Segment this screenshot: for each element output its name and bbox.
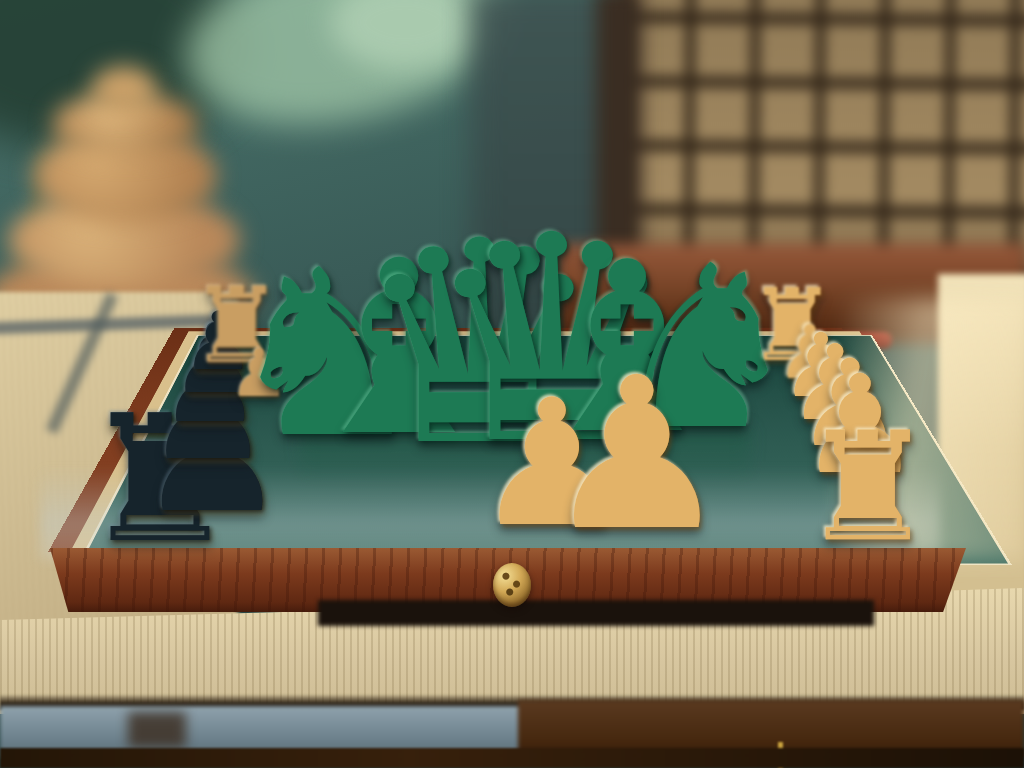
piece-tan-rook-a8: ♜ — [185, 274, 290, 379]
piece-gold-pawn-h6: ♟ — [777, 322, 865, 410]
piece-green-bishop-f8: ♝ — [510, 231, 745, 466]
piece-green-knight-b8: ♞ — [211, 240, 441, 470]
piece-gold-pawn-e5: ♟ — [465, 376, 640, 551]
piece-gold-rook-h8: ♜ — [742, 276, 842, 376]
piece-dark-pawn-a2: ♟ — [128, 368, 296, 536]
piece-gold-pawn-f5: ♟ — [532, 350, 742, 560]
piece-gold-pawn-h7: ♟ — [773, 315, 847, 389]
photo-scene: ♜♟♟♟♟♟♜♟♞♝♛♛♝♞♟♟♜♟♟♟♟♟♜ — [0, 0, 1024, 768]
pieces-layer: ♜♟♟♟♟♟♜♟♞♝♛♛♝♞♟♟♜♟♟♟♟♟♜ — [0, 0, 1024, 768]
piece-tan-pawn-a7: ♟ — [226, 341, 292, 407]
piece-dark-rook-a1: ♜ — [73, 392, 248, 567]
piece-gold-pawn-h4: ♟ — [790, 344, 910, 464]
piece-dark-pawn-a5: ♟ — [166, 311, 262, 407]
piece-green-knight-g8: ♞ — [591, 236, 816, 461]
piece-dark-pawn-a4: ♟ — [153, 325, 267, 439]
piece-green-king-e8: ♛ — [409, 198, 694, 483]
piece-green-bishop-c8: ♝ — [279, 229, 519, 469]
piece-gold-pawn-h3: ♟ — [792, 357, 928, 493]
piece-gold-pawn-h5: ♟ — [783, 331, 887, 435]
piece-dark-pawn-a6: ♟ — [178, 302, 258, 382]
piece-gold-rook-h1: ♜ — [793, 412, 943, 562]
piece-dark-pawn-a3: ♟ — [138, 340, 278, 480]
piece-green-queen-d8: ♛ — [339, 204, 619, 484]
